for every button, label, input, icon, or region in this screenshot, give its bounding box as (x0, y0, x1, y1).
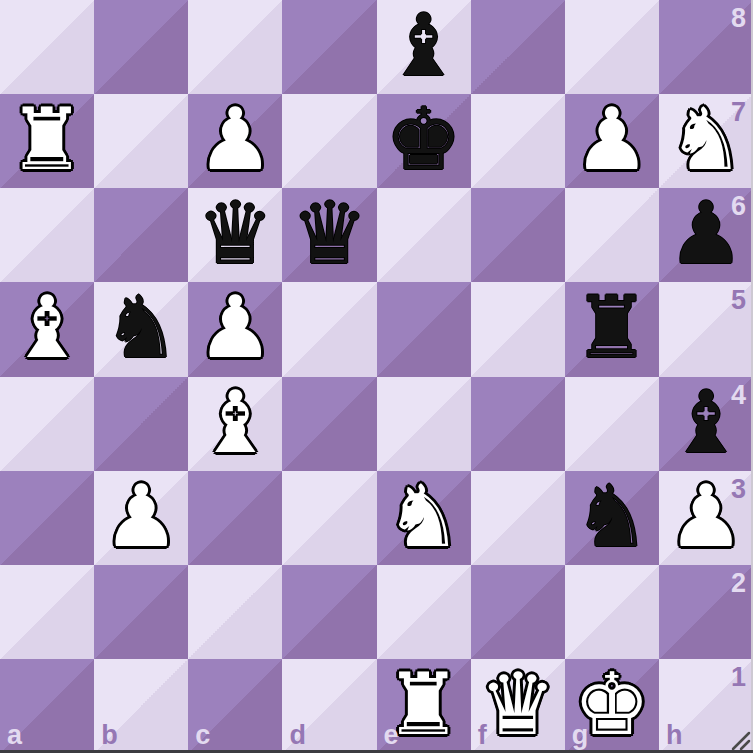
piece-white-bishop-a5[interactable]: ♝ (9, 282, 86, 374)
square-c5[interactable]: ♟ (188, 282, 282, 376)
square-g3[interactable]: ♞ (565, 471, 659, 565)
square-c3[interactable] (188, 471, 282, 565)
square-b3[interactable]: ♟ (94, 471, 188, 565)
file-label-a: a (7, 722, 22, 749)
piece-black-king-e7[interactable]: ♚ (385, 94, 462, 186)
piece-black-bishop-e8[interactable]: ♝ (385, 0, 462, 92)
square-e3[interactable]: ♞ (377, 471, 471, 565)
square-b6[interactable] (94, 188, 188, 282)
piece-white-pawn-g7[interactable]: ♟ (573, 94, 650, 186)
square-f3[interactable] (471, 471, 565, 565)
square-a4[interactable] (0, 377, 94, 471)
piece-white-pawn-c5[interactable]: ♟ (197, 282, 274, 374)
square-e2[interactable] (377, 565, 471, 659)
square-g8[interactable] (565, 0, 659, 94)
square-d1[interactable]: d (282, 659, 376, 753)
square-h7[interactable]: ♞7 (659, 94, 753, 188)
square-a6[interactable] (0, 188, 94, 282)
square-g1[interactable]: ♚g (565, 659, 659, 753)
square-h3[interactable]: ♟3 (659, 471, 753, 565)
piece-white-bishop-c4[interactable]: ♝ (197, 377, 274, 469)
square-b5[interactable]: ♞ (94, 282, 188, 376)
square-h1[interactable]: 1h (659, 659, 753, 753)
square-c7[interactable]: ♟ (188, 94, 282, 188)
rank-label-8: 8 (731, 5, 746, 32)
square-c6[interactable]: ♛ (188, 188, 282, 282)
chess-board: ♝8♜♟♚♟♞7♛♛♟6♝♞♟♜5♝♝4♟♞♞♟32abcd♜e♛f♚g1h (0, 0, 753, 753)
square-h6[interactable]: ♟6 (659, 188, 753, 282)
piece-black-knight-b5[interactable]: ♞ (103, 282, 180, 374)
rank-label-5: 5 (731, 287, 746, 314)
square-b7[interactable] (94, 94, 188, 188)
square-e1[interactable]: ♜e (377, 659, 471, 753)
piece-black-rook-g5[interactable]: ♜ (573, 282, 650, 374)
square-c1[interactable]: c (188, 659, 282, 753)
square-g6[interactable] (565, 188, 659, 282)
square-g4[interactable] (565, 377, 659, 471)
square-a3[interactable] (0, 471, 94, 565)
piece-black-bishop-h4[interactable]: ♝ (667, 377, 744, 469)
piece-white-knight-e3[interactable]: ♞ (385, 471, 462, 563)
square-e7[interactable]: ♚ (377, 94, 471, 188)
square-e4[interactable] (377, 377, 471, 471)
square-h2[interactable]: 2 (659, 565, 753, 659)
piece-white-pawn-c7[interactable]: ♟ (197, 94, 274, 186)
square-f6[interactable] (471, 188, 565, 282)
square-a8[interactable] (0, 0, 94, 94)
piece-black-queen-c6[interactable]: ♛ (197, 188, 274, 280)
square-e8[interactable]: ♝ (377, 0, 471, 94)
square-e5[interactable] (377, 282, 471, 376)
square-h8[interactable]: 8 (659, 0, 753, 94)
piece-white-rook-e1[interactable]: ♜ (385, 659, 462, 751)
file-label-b: b (101, 722, 118, 749)
square-a7[interactable]: ♜ (0, 94, 94, 188)
square-c4[interactable]: ♝ (188, 377, 282, 471)
square-a5[interactable]: ♝ (0, 282, 94, 376)
square-h5[interactable]: 5 (659, 282, 753, 376)
piece-black-knight-g3[interactable]: ♞ (573, 471, 650, 563)
square-g7[interactable]: ♟ (565, 94, 659, 188)
square-d8[interactable] (282, 0, 376, 94)
resize-handle-icon[interactable] (729, 729, 751, 751)
square-b4[interactable] (94, 377, 188, 471)
square-c2[interactable] (188, 565, 282, 659)
square-c8[interactable] (188, 0, 282, 94)
piece-white-pawn-h3[interactable]: ♟ (667, 471, 744, 563)
square-f5[interactable] (471, 282, 565, 376)
piece-white-king-g1[interactable]: ♚ (573, 659, 650, 751)
rank-label-1: 1 (731, 664, 746, 691)
file-label-h: h (666, 722, 683, 749)
square-b1[interactable]: b (94, 659, 188, 753)
piece-white-knight-h7[interactable]: ♞ (667, 94, 744, 186)
square-f1[interactable]: ♛f (471, 659, 565, 753)
square-f4[interactable] (471, 377, 565, 471)
square-a1[interactable]: a (0, 659, 94, 753)
square-b8[interactable] (94, 0, 188, 94)
square-h4[interactable]: ♝4 (659, 377, 753, 471)
file-label-d: d (289, 722, 306, 749)
piece-black-queen-d6[interactable]: ♛ (291, 188, 368, 280)
square-d7[interactable] (282, 94, 376, 188)
square-b2[interactable] (94, 565, 188, 659)
square-d5[interactable] (282, 282, 376, 376)
square-d6[interactable]: ♛ (282, 188, 376, 282)
square-f2[interactable] (471, 565, 565, 659)
square-d4[interactable] (282, 377, 376, 471)
file-label-c: c (195, 722, 210, 749)
square-d3[interactable] (282, 471, 376, 565)
square-d2[interactable] (282, 565, 376, 659)
square-e6[interactable] (377, 188, 471, 282)
piece-black-pawn-h6[interactable]: ♟ (667, 188, 744, 280)
square-g5[interactable]: ♜ (565, 282, 659, 376)
piece-white-queen-f1[interactable]: ♛ (479, 659, 556, 751)
rank-label-2: 2 (731, 570, 746, 597)
square-f7[interactable] (471, 94, 565, 188)
square-a2[interactable] (0, 565, 94, 659)
square-f8[interactable] (471, 0, 565, 94)
square-g2[interactable] (565, 565, 659, 659)
piece-white-rook-a7[interactable]: ♜ (9, 94, 86, 186)
piece-white-pawn-b3[interactable]: ♟ (103, 471, 180, 563)
